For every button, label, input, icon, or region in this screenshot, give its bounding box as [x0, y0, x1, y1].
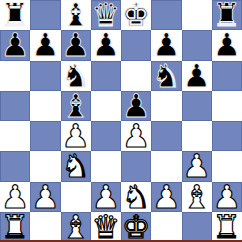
square-e8[interactable]: ♚: [121, 0, 151, 30]
square-f2[interactable]: ♟: [151, 182, 181, 212]
square-f4[interactable]: [151, 121, 181, 151]
black-pawn[interactable]: ♟: [1, 30, 30, 60]
square-g2[interactable]: ♝: [182, 182, 212, 212]
square-b6[interactable]: [30, 61, 60, 91]
square-c3[interactable]: ♞: [61, 151, 91, 181]
black-knight[interactable]: ♞: [152, 61, 181, 91]
white-pawn[interactable]: ♟: [122, 121, 151, 151]
black-king[interactable]: ♚: [122, 0, 151, 30]
white-king[interactable]: ♚: [122, 212, 151, 242]
square-f3[interactable]: [151, 151, 181, 181]
white-pawn[interactable]: ♟: [31, 182, 60, 212]
square-b5[interactable]: [30, 91, 60, 121]
square-g7[interactable]: [182, 30, 212, 60]
square-d4[interactable]: [91, 121, 121, 151]
square-f6[interactable]: ♞: [151, 61, 181, 91]
square-f1[interactable]: [151, 212, 181, 242]
square-g8[interactable]: [182, 0, 212, 30]
square-h4[interactable]: [212, 121, 242, 151]
square-h3[interactable]: [212, 151, 242, 181]
square-d5[interactable]: [91, 91, 121, 121]
white-rook[interactable]: ♜: [1, 212, 30, 242]
square-f7[interactable]: ♟: [151, 30, 181, 60]
square-a1[interactable]: ♜: [0, 212, 30, 242]
square-e7[interactable]: [121, 30, 151, 60]
chess-app-window: ♜♝♛♚♜♟♟♟♟♟♟♞♞♟♝♟♟♟♞♟♟♟♟♞♟♝♟♜♝♛♚♜: [0, 0, 242, 242]
square-e4[interactable]: ♟: [121, 121, 151, 151]
black-pawn[interactable]: ♟: [152, 30, 181, 60]
square-d1[interactable]: ♛: [91, 212, 121, 242]
square-b7[interactable]: ♟: [30, 30, 60, 60]
square-h7[interactable]: ♟: [212, 30, 242, 60]
square-b1[interactable]: [30, 212, 60, 242]
white-bishop[interactable]: ♝: [182, 182, 211, 212]
black-pawn[interactable]: ♟: [31, 30, 60, 60]
square-a5[interactable]: [0, 91, 30, 121]
square-g6[interactable]: ♟: [182, 61, 212, 91]
white-queen[interactable]: ♛: [92, 212, 121, 242]
square-a3[interactable]: [0, 151, 30, 181]
square-g3[interactable]: ♟: [182, 151, 212, 181]
square-h5[interactable]: [212, 91, 242, 121]
square-e3[interactable]: [121, 151, 151, 181]
square-d6[interactable]: [91, 61, 121, 91]
chess-board: ♜♝♛♚♜♟♟♟♟♟♟♞♞♟♝♟♟♟♞♟♟♟♟♞♟♝♟♜♝♛♚♜: [0, 0, 242, 242]
black-pawn[interactable]: ♟: [61, 30, 90, 60]
square-b4[interactable]: [30, 121, 60, 151]
white-bishop[interactable]: ♝: [61, 212, 90, 242]
white-pawn[interactable]: ♟: [182, 151, 211, 181]
black-pawn[interactable]: ♟: [182, 61, 211, 91]
square-h6[interactable]: [212, 61, 242, 91]
white-pawn[interactable]: ♟: [152, 182, 181, 212]
square-g5[interactable]: [182, 91, 212, 121]
square-d7[interactable]: ♟: [91, 30, 121, 60]
square-e1[interactable]: ♚: [121, 212, 151, 242]
square-a7[interactable]: ♟: [0, 30, 30, 60]
square-c1[interactable]: ♝: [61, 212, 91, 242]
white-rook[interactable]: ♜: [213, 212, 242, 242]
white-knight[interactable]: ♞: [61, 151, 90, 181]
square-f5[interactable]: [151, 91, 181, 121]
square-d3[interactable]: [91, 151, 121, 181]
square-b3[interactable]: [30, 151, 60, 181]
square-c7[interactable]: ♟: [61, 30, 91, 60]
square-h1[interactable]: ♜: [212, 212, 242, 242]
square-a6[interactable]: [0, 61, 30, 91]
square-g1[interactable]: [182, 212, 212, 242]
square-a4[interactable]: [0, 121, 30, 151]
square-b2[interactable]: ♟: [30, 182, 60, 212]
black-pawn[interactable]: ♟: [213, 30, 242, 60]
black-pawn[interactable]: ♟: [92, 30, 121, 60]
